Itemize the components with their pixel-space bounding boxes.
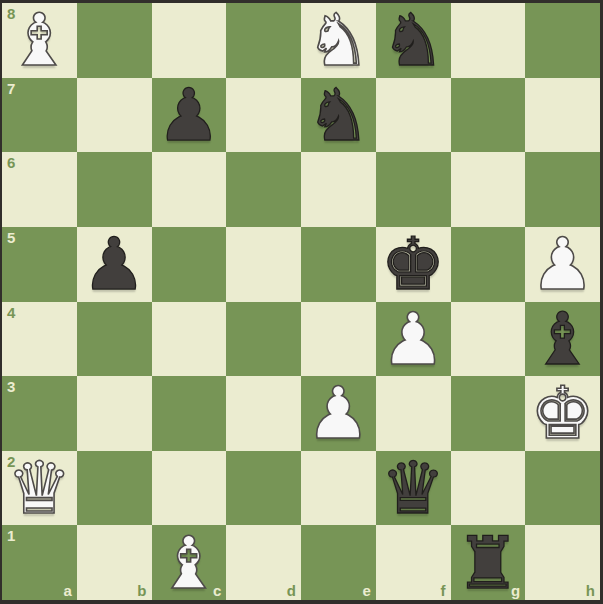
- square-h7[interactable]: [525, 78, 600, 153]
- piece-black-bishop[interactable]: ♝: [530, 302, 595, 376]
- piece-white-knight[interactable]: ♞: [306, 3, 371, 77]
- piece-white-bishop[interactable]: ♝: [7, 3, 72, 77]
- square-b8[interactable]: [77, 3, 152, 78]
- piece-black-pawn[interactable]: ♟: [82, 227, 147, 301]
- file-label-e: e: [362, 582, 370, 599]
- square-h6[interactable]: [525, 152, 600, 227]
- square-e5[interactable]: [301, 227, 376, 302]
- square-d1[interactable]: d: [226, 525, 301, 600]
- square-b7[interactable]: [77, 78, 152, 153]
- rank-label-5: 5: [7, 229, 15, 246]
- square-d2[interactable]: [226, 451, 301, 526]
- rank-label-3: 3: [7, 378, 15, 395]
- square-d5[interactable]: [226, 227, 301, 302]
- rank-label-6: 6: [7, 154, 15, 171]
- square-g8[interactable]: [451, 3, 526, 78]
- square-h2[interactable]: [525, 451, 600, 526]
- file-label-h: h: [586, 582, 595, 599]
- square-b4[interactable]: [77, 302, 152, 377]
- square-e4[interactable]: [301, 302, 376, 377]
- file-label-d: d: [287, 582, 296, 599]
- square-f6[interactable]: [376, 152, 451, 227]
- square-h1[interactable]: h: [525, 525, 600, 600]
- square-a8[interactable]: 8♝: [2, 3, 77, 78]
- square-d6[interactable]: [226, 152, 301, 227]
- square-b1[interactable]: b: [77, 525, 152, 600]
- square-b6[interactable]: [77, 152, 152, 227]
- square-f5[interactable]: ♚: [376, 227, 451, 302]
- square-g1[interactable]: g♜: [451, 525, 526, 600]
- square-d4[interactable]: [226, 302, 301, 377]
- file-label-a: a: [63, 582, 71, 599]
- square-g3[interactable]: [451, 376, 526, 451]
- piece-black-queen[interactable]: ♛: [381, 451, 446, 525]
- square-a7[interactable]: 7: [2, 78, 77, 153]
- square-g7[interactable]: [451, 78, 526, 153]
- file-label-b: b: [137, 582, 146, 599]
- square-e3[interactable]: ♟: [301, 376, 376, 451]
- piece-black-pawn[interactable]: ♟: [157, 78, 222, 152]
- piece-white-pawn[interactable]: ♟: [381, 302, 446, 376]
- square-g6[interactable]: [451, 152, 526, 227]
- piece-black-knight[interactable]: ♞: [381, 3, 446, 77]
- square-e8[interactable]: ♞: [301, 3, 376, 78]
- square-c3[interactable]: [152, 376, 227, 451]
- rank-label-4: 4: [7, 304, 15, 321]
- square-b5[interactable]: ♟: [77, 227, 152, 302]
- piece-black-king[interactable]: ♚: [381, 227, 446, 301]
- square-c5[interactable]: [152, 227, 227, 302]
- chess-board: 8♝♞♞7♟♞65♟♚♟4♟♝3♟♚2♛♛1abc♝defg♜h: [2, 3, 600, 600]
- piece-white-king[interactable]: ♚: [530, 376, 595, 450]
- square-a2[interactable]: 2♛: [2, 451, 77, 526]
- square-g2[interactable]: [451, 451, 526, 526]
- square-b3[interactable]: [77, 376, 152, 451]
- square-f3[interactable]: [376, 376, 451, 451]
- square-h4[interactable]: ♝: [525, 302, 600, 377]
- square-a3[interactable]: 3: [2, 376, 77, 451]
- square-d8[interactable]: [226, 3, 301, 78]
- piece-white-bishop[interactable]: ♝: [157, 526, 222, 600]
- square-c2[interactable]: [152, 451, 227, 526]
- square-e7[interactable]: ♞: [301, 78, 376, 153]
- square-g4[interactable]: [451, 302, 526, 377]
- square-g5[interactable]: [451, 227, 526, 302]
- square-b2[interactable]: [77, 451, 152, 526]
- square-h3[interactable]: ♚: [525, 376, 600, 451]
- square-f7[interactable]: [376, 78, 451, 153]
- rank-label-7: 7: [7, 80, 15, 97]
- square-a1[interactable]: 1a: [2, 525, 77, 600]
- square-c7[interactable]: ♟: [152, 78, 227, 153]
- piece-white-pawn[interactable]: ♟: [530, 227, 595, 301]
- square-c6[interactable]: [152, 152, 227, 227]
- piece-black-rook[interactable]: ♜: [456, 526, 521, 600]
- piece-black-knight[interactable]: ♞: [306, 78, 371, 152]
- square-f8[interactable]: ♞: [376, 3, 451, 78]
- square-f1[interactable]: f: [376, 525, 451, 600]
- piece-white-pawn[interactable]: ♟: [306, 376, 371, 450]
- square-h5[interactable]: ♟: [525, 227, 600, 302]
- square-c8[interactable]: [152, 3, 227, 78]
- square-a6[interactable]: 6: [2, 152, 77, 227]
- square-a5[interactable]: 5: [2, 227, 77, 302]
- board-frame: 8♝♞♞7♟♞65♟♚♟4♟♝3♟♚2♛♛1abc♝defg♜h: [0, 0, 603, 604]
- square-e6[interactable]: [301, 152, 376, 227]
- square-f2[interactable]: ♛: [376, 451, 451, 526]
- file-label-f: f: [441, 582, 446, 599]
- square-h8[interactable]: [525, 3, 600, 78]
- square-a4[interactable]: 4: [2, 302, 77, 377]
- square-c4[interactable]: [152, 302, 227, 377]
- square-d3[interactable]: [226, 376, 301, 451]
- square-e1[interactable]: e: [301, 525, 376, 600]
- piece-white-queen[interactable]: ♛: [7, 451, 72, 525]
- square-e2[interactable]: [301, 451, 376, 526]
- square-f4[interactable]: ♟: [376, 302, 451, 377]
- square-c1[interactable]: c♝: [152, 525, 227, 600]
- square-d7[interactable]: [226, 78, 301, 153]
